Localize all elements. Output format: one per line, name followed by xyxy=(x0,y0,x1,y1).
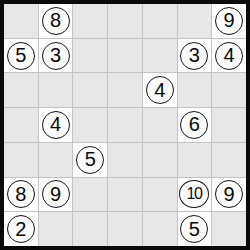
cell-r7c6[interactable]: 5 xyxy=(178,212,212,246)
cell-r1c6[interactable] xyxy=(178,4,212,38)
cell-r4c3[interactable] xyxy=(73,108,107,142)
cell-r2c3[interactable] xyxy=(73,39,107,73)
clue-circle: 5 xyxy=(7,42,35,70)
cell-r2c7[interactable]: 4 xyxy=(212,39,246,73)
cell-r2c2[interactable]: 3 xyxy=(39,39,73,73)
cell-r3c2[interactable] xyxy=(39,73,73,107)
cell-r6c6[interactable]: 10 xyxy=(178,178,212,212)
cell-r1c2[interactable]: 8 xyxy=(39,4,73,38)
cell-r4c7[interactable] xyxy=(212,108,246,142)
clue-circle: 3 xyxy=(42,42,70,70)
cell-r5c3[interactable]: 5 xyxy=(73,143,107,177)
clue-circle: 4 xyxy=(146,76,174,104)
cell-r3c4[interactable] xyxy=(108,73,142,107)
cell-r6c3[interactable] xyxy=(73,178,107,212)
clue-circle: 8 xyxy=(7,180,35,208)
cell-r6c1[interactable]: 8 xyxy=(4,178,38,212)
cell-r1c7[interactable]: 9 xyxy=(212,4,246,38)
cell-r5c5[interactable] xyxy=(143,143,177,177)
cell-r3c1[interactable] xyxy=(4,73,38,107)
cell-r3c6[interactable] xyxy=(178,73,212,107)
cell-r2c1[interactable]: 5 xyxy=(4,39,38,73)
cell-r6c4[interactable] xyxy=(108,178,142,212)
cell-r2c4[interactable] xyxy=(108,39,142,73)
cell-r6c7[interactable]: 9 xyxy=(212,178,246,212)
cell-r7c7[interactable] xyxy=(212,212,246,246)
clue-circle: 9 xyxy=(215,7,243,35)
clue-circle: 9 xyxy=(42,180,70,208)
cell-r2c6[interactable]: 3 xyxy=(178,39,212,73)
cell-r5c1[interactable] xyxy=(4,143,38,177)
cell-r7c2[interactable] xyxy=(39,212,73,246)
cell-r5c4[interactable] xyxy=(108,143,142,177)
clue-circle: 2 xyxy=(7,215,35,243)
clue-circle: 6 xyxy=(180,111,208,139)
cell-r4c1[interactable] xyxy=(4,108,38,142)
cell-r5c2[interactable] xyxy=(39,143,73,177)
cell-r6c2[interactable]: 9 xyxy=(39,178,73,212)
cell-r6c5[interactable] xyxy=(143,178,177,212)
cell-r7c1[interactable]: 2 xyxy=(4,212,38,246)
cell-r3c7[interactable] xyxy=(212,73,246,107)
cell-r4c6[interactable]: 6 xyxy=(178,108,212,142)
clue-circle: 10 xyxy=(179,180,209,208)
cell-r3c5[interactable]: 4 xyxy=(143,73,177,107)
cell-r4c5[interactable] xyxy=(143,108,177,142)
cell-r7c4[interactable] xyxy=(108,212,142,246)
cell-r1c5[interactable] xyxy=(143,4,177,38)
cell-r1c1[interactable] xyxy=(4,4,38,38)
clue-circle: 4 xyxy=(215,42,243,70)
clue-circle: 5 xyxy=(76,146,104,174)
cell-r1c4[interactable] xyxy=(108,4,142,38)
clue-circle: 5 xyxy=(180,215,208,243)
cell-r7c5[interactable] xyxy=(143,212,177,246)
cell-r5c7[interactable] xyxy=(212,143,246,177)
cell-r7c3[interactable] xyxy=(73,212,107,246)
cell-r2c5[interactable] xyxy=(143,39,177,73)
cell-r4c2[interactable]: 4 xyxy=(39,108,73,142)
clue-circle: 8 xyxy=(42,7,70,35)
clue-circle: 3 xyxy=(180,42,208,70)
puzzle-board: 89533444658910925 xyxy=(0,0,250,250)
cell-r5c6[interactable] xyxy=(178,143,212,177)
clue-circle: 9 xyxy=(215,180,243,208)
cell-r4c4[interactable] xyxy=(108,108,142,142)
clue-circle: 4 xyxy=(42,111,70,139)
cell-r1c3[interactable] xyxy=(73,4,107,38)
cell-r3c3[interactable] xyxy=(73,73,107,107)
